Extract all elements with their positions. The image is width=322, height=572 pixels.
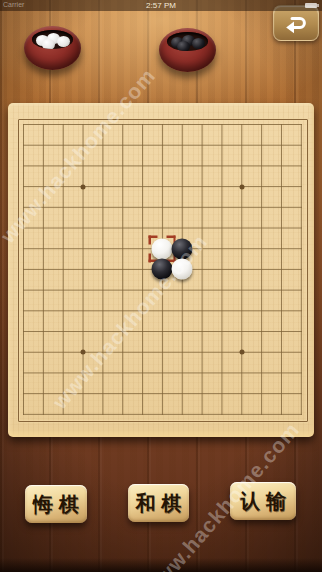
- white-stone: [152, 238, 173, 259]
- clock-time: 2:57 PM: [146, 0, 176, 11]
- board-grid[interactable]: [23, 124, 302, 415]
- offer-draw-button[interactable]: 和棋: [128, 484, 189, 522]
- status-bar: Carrier 2:57 PM: [0, 0, 322, 11]
- resign-button[interactable]: 认输: [230, 482, 296, 520]
- gomoku-board: [8, 103, 314, 437]
- star-point: [239, 184, 244, 189]
- white-stones-bowl: [24, 26, 81, 70]
- undo-move-button[interactable]: 悔棋: [25, 485, 87, 523]
- black-stones-bowl-opening: [167, 32, 208, 51]
- return-arrow-icon: [283, 11, 309, 35]
- white-stone: [172, 259, 193, 280]
- battery-icon: [305, 3, 317, 8]
- black-stone-icon: [192, 38, 205, 49]
- white-stone-icon: [42, 39, 55, 49]
- black-stone-icon: [177, 41, 190, 51]
- black-stones-bowl: [159, 28, 216, 72]
- carrier-label: Carrier: [3, 1, 24, 8]
- star-point: [81, 350, 86, 355]
- star-point: [81, 184, 86, 189]
- white-stones-bowl-opening: [32, 30, 73, 49]
- gomoku-app-screen: 悔棋 和棋 认输 www.hackhome.com www.hackhome.c…: [0, 0, 322, 572]
- white-stone-icon: [57, 36, 70, 47]
- black-stone: [172, 238, 193, 259]
- star-point: [239, 350, 244, 355]
- black-stone: [152, 259, 173, 280]
